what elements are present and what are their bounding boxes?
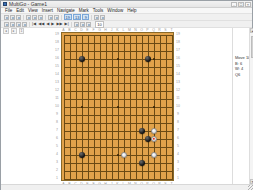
coord-row-right-16: 16 [175, 56, 182, 60]
menu-mark[interactable]: Mark [77, 8, 91, 14]
window-controls: ‐ □ × [231, 2, 251, 7]
menu-navigate[interactable]: Navigate [55, 8, 77, 14]
window-title: MultiGo - Game1 [9, 1, 47, 8]
coord-row-right-6: 6 [175, 136, 182, 140]
coord-row-left-8: 8 [54, 120, 61, 124]
coord-row-right-1: 1 [175, 176, 182, 180]
coord-row-left-10: 10 [54, 104, 61, 108]
edit-tool-icon[interactable] [16, 22, 21, 27]
variation-chip[interactable]: 1 [19, 28, 25, 34]
mark-tool-icon[interactable] [74, 22, 79, 27]
coord-row-left-12: 12 [54, 88, 61, 92]
vertical-scrollbar[interactable]: ▲ ▼ [249, 28, 253, 184]
forward-1-icon[interactable]: ▶ [51, 21, 54, 27]
status-bar [1, 184, 253, 190]
menu-view[interactable]: View [26, 8, 40, 14]
coord-row-right-13: 13 [175, 80, 182, 84]
coord-row-left-7: 7 [54, 128, 61, 132]
maximize-button[interactable]: □ [238, 2, 244, 7]
coord-row-right-8: 8 [175, 120, 182, 124]
board-size-19-button[interactable]: 19 [64, 14, 72, 20]
menu-window[interactable]: Window [105, 8, 125, 14]
menu-edit[interactable]: Edit [14, 8, 26, 14]
flip-icon[interactable] [100, 15, 105, 20]
resize-grip[interactable] [248, 185, 253, 190]
coord-row-right-10: 10 [175, 104, 182, 108]
scrollbar-thumb[interactable] [251, 36, 254, 58]
main-toolbar: 19139 [1, 14, 252, 21]
coord-row-left-2: 2 [54, 168, 61, 172]
info-panel: Move 10B: 6W: 4Q6 [232, 28, 249, 184]
toolbar-separator [23, 15, 24, 20]
mark-tool-icon[interactable] [80, 22, 85, 27]
variation-bar: ◂▸1 [3, 28, 26, 33]
toolbar-separator [45, 15, 46, 20]
paste-icon[interactable] [38, 15, 43, 20]
minimize-button[interactable]: ‐ [231, 2, 237, 7]
go-board[interactable] [61, 32, 174, 181]
back-1-icon[interactable]: ◀ [46, 21, 49, 27]
new-icon[interactable] [4, 15, 9, 20]
coord-row-left-14: 14 [54, 72, 61, 76]
board-size-13-button[interactable]: 13 [73, 14, 81, 20]
coord-row-right-3: 3 [175, 160, 182, 164]
menu-insert[interactable]: Insert [40, 8, 55, 14]
print-icon[interactable] [48, 15, 53, 20]
edit-tool-icon[interactable] [22, 22, 27, 27]
coord-row-right-4: 4 [175, 152, 182, 156]
coord-row-left-9: 9 [54, 112, 61, 116]
coord-row-left-6: 6 [54, 136, 61, 140]
app-window: MultiGo - Game1 ‐ □ × FileEditViewInsert… [0, 0, 253, 190]
coord-row-left-15: 15 [54, 64, 61, 68]
coord-row-right-18: 18 [175, 40, 182, 44]
save-icon[interactable] [16, 15, 21, 20]
board-size-9-button[interactable]: 9 [82, 14, 89, 20]
variation-chip[interactable]: ▸ [11, 28, 17, 34]
back-10-icon[interactable]: ◀◀ [38, 21, 44, 27]
coord-row-right-9: 9 [175, 112, 182, 116]
coord-row-left-19: 19 [54, 32, 61, 36]
hoshi-point [153, 106, 155, 108]
coord-row-right-12: 12 [175, 88, 182, 92]
coord-col-top-T: T [169, 28, 175, 32]
coord-row-left-11: 11 [54, 96, 61, 100]
coord-row-right-17: 17 [175, 48, 182, 52]
coord-row-left-1: 1 [54, 176, 61, 180]
hoshi-point [81, 106, 83, 108]
hoshi-point [153, 58, 155, 60]
cut-icon[interactable] [26, 15, 31, 20]
zoom-icon[interactable] [54, 15, 59, 20]
last-move-marker [153, 138, 155, 140]
toolbar-separator [61, 15, 62, 20]
edit-tool-icon[interactable] [4, 22, 9, 27]
open-icon[interactable] [10, 15, 15, 20]
copy-icon[interactable] [32, 15, 37, 20]
coord-row-right-19: 19 [175, 32, 182, 36]
edit-tool-icon[interactable] [10, 22, 15, 27]
coord-row-right-15: 15 [175, 64, 182, 68]
toolbar-separator [71, 22, 72, 27]
info-line: Q6 [233, 72, 249, 78]
coord-row-right-2: 2 [175, 168, 182, 172]
toolbar-separator [29, 22, 30, 27]
main-content: ◂▸1 AABBCCDDEEFFGGHHJJKKLLMMNNOOPPQQRRSS… [1, 28, 253, 184]
coord-row-left-17: 17 [54, 48, 61, 52]
coord-row-right-5: 5 [175, 144, 182, 148]
coord-row-left-16: 16 [54, 56, 61, 60]
hoshi-point [117, 106, 119, 108]
mark-tool-icon[interactable] [86, 22, 91, 27]
forward-10-icon[interactable]: ▶▶ [56, 21, 62, 27]
rotate-icon[interactable] [94, 15, 99, 20]
coord-row-right-7: 7 [175, 128, 182, 132]
move-number-display: 10 [95, 21, 104, 28]
app-icon [3, 2, 7, 6]
scroll-up-arrow[interactable]: ▲ [250, 28, 253, 33]
variation-chip[interactable]: ◂ [3, 28, 9, 34]
hoshi-point [117, 154, 119, 156]
close-button[interactable]: × [245, 2, 251, 7]
toolbar-separator [91, 15, 92, 20]
last-move-icon[interactable]: ▶| [65, 21, 69, 27]
menu-tools[interactable]: Tools [91, 8, 106, 14]
menu-file[interactable]: File [3, 8, 14, 14]
coord-row-left-4: 4 [54, 152, 61, 156]
coord-row-right-14: 14 [175, 72, 182, 76]
coord-row-left-13: 13 [54, 80, 61, 84]
coord-row-right-11: 11 [175, 96, 182, 100]
coord-row-left-3: 3 [54, 160, 61, 164]
hoshi-point [117, 58, 119, 60]
first-move-icon[interactable]: |◀ [32, 21, 36, 27]
coord-row-left-5: 5 [54, 144, 61, 148]
coord-row-left-18: 18 [54, 40, 61, 44]
menu-help[interactable]: Help [125, 8, 138, 14]
info-line: Move 10 [233, 55, 249, 61]
